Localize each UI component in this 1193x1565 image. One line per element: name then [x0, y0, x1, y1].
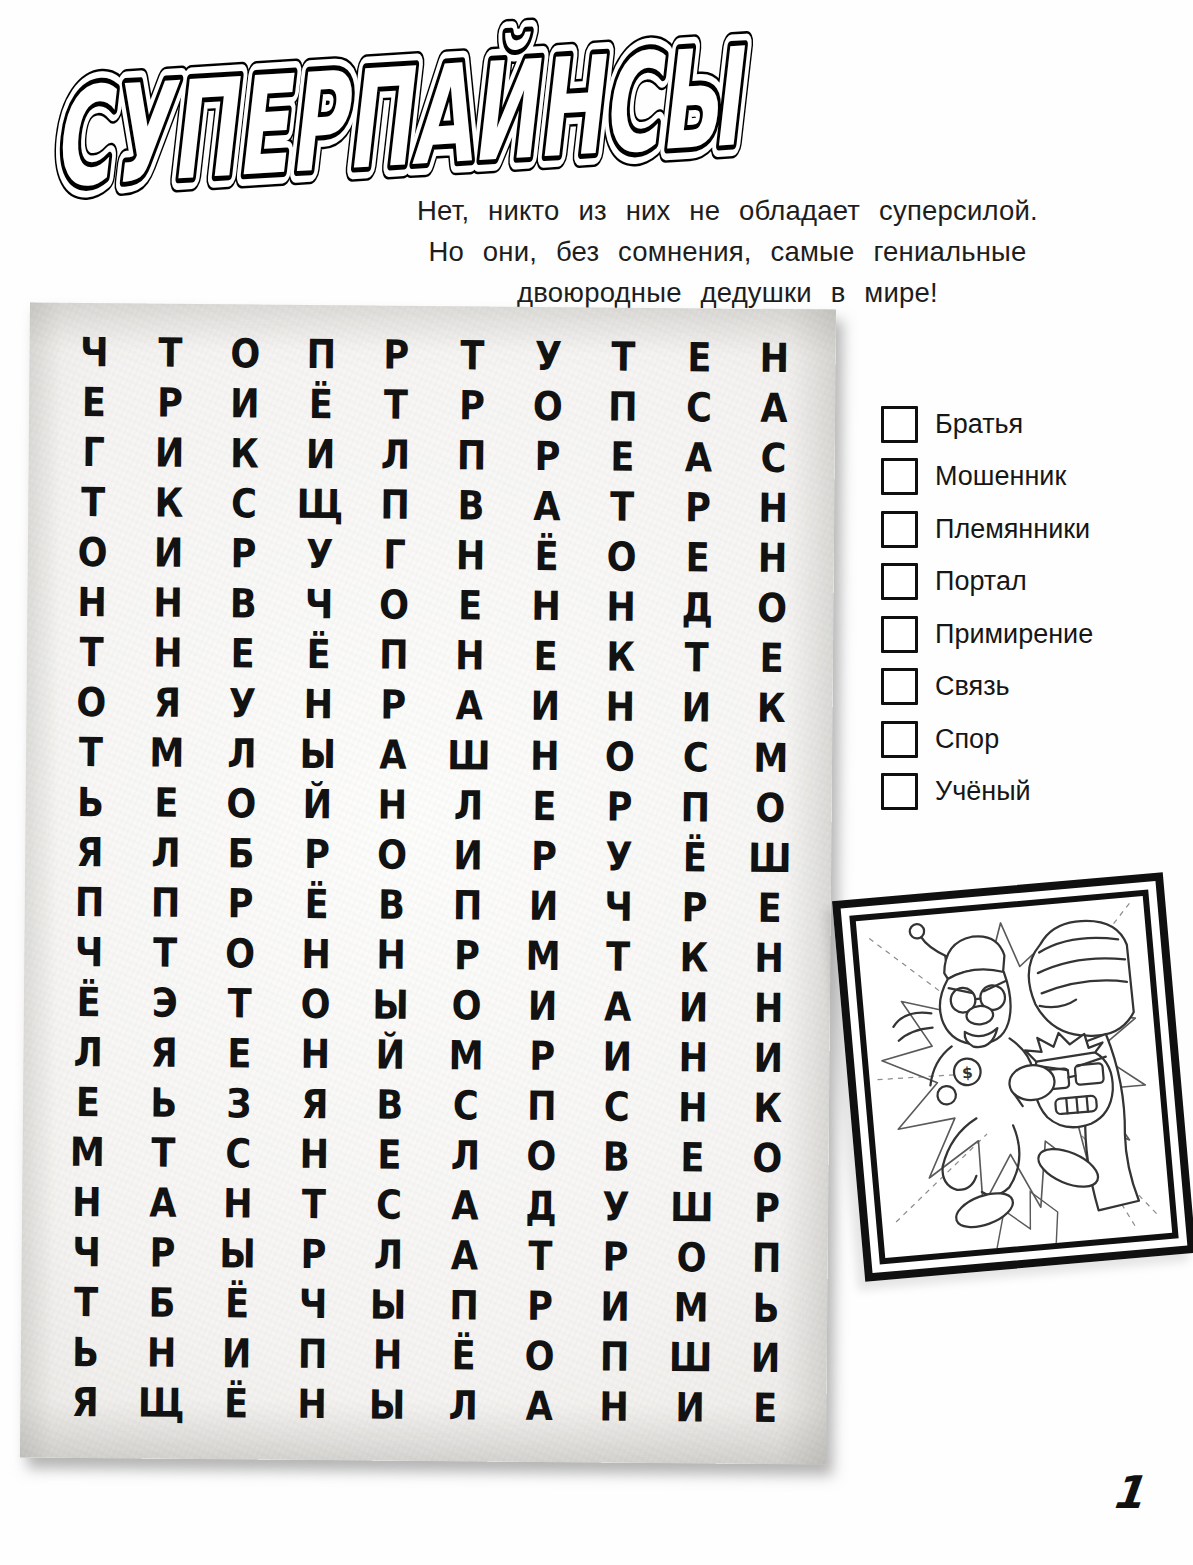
- grid-cell[interactable]: Ё: [203, 1378, 270, 1429]
- grid-cell[interactable]: Р: [508, 1031, 575, 1082]
- grid-cell[interactable]: О: [737, 783, 804, 834]
- grid-cell[interactable]: Щ: [286, 479, 353, 530]
- grid-cell[interactable]: И: [733, 1333, 800, 1384]
- grid-cell[interactable]: Н: [587, 681, 654, 732]
- grid-cell[interactable]: А: [436, 680, 503, 731]
- grid-cell[interactable]: Я: [57, 827, 124, 878]
- word-list-item: Мошенник: [881, 451, 1093, 504]
- grid-cell[interactable]: О: [734, 1133, 801, 1184]
- word-checkbox[interactable]: [881, 563, 918, 600]
- grid-cell[interactable]: А: [129, 1177, 196, 1228]
- grid-cell[interactable]: Т: [206, 978, 273, 1029]
- grid-cell[interactable]: Н: [205, 1178, 272, 1229]
- grid-cell[interactable]: З: [206, 1078, 273, 1129]
- grid-cell[interactable]: И: [584, 1031, 651, 1082]
- grid-cell[interactable]: Н: [282, 1029, 349, 1080]
- grid-cell[interactable]: Е: [664, 532, 731, 583]
- word-list-item: Спор: [881, 713, 1093, 766]
- word-label: Примирение: [935, 619, 1093, 650]
- word-checkbox[interactable]: [881, 721, 918, 758]
- word-checkbox[interactable]: [881, 511, 918, 548]
- grid-cell[interactable]: С: [356, 1179, 423, 1230]
- intro-line: Нет, никто из них не обладает суперсилой…: [370, 190, 1085, 231]
- grid-cell[interactable]: Я: [133, 677, 200, 728]
- grid-cell[interactable]: Я: [281, 1079, 348, 1130]
- word-checkbox[interactable]: [881, 458, 918, 495]
- grid-cell[interactable]: Й: [357, 1029, 424, 1080]
- grid-cell[interactable]: Р: [661, 882, 728, 933]
- grid-cell[interactable]: Ы: [358, 979, 425, 1030]
- grid-cell[interactable]: Е: [133, 777, 200, 828]
- word-checkbox[interactable]: [881, 616, 918, 653]
- grid-cell[interactable]: Ч: [279, 1279, 346, 1330]
- grid-cell[interactable]: В: [357, 1079, 424, 1130]
- grid-cell[interactable]: О: [212, 328, 279, 379]
- grid-cell[interactable]: Р: [664, 482, 731, 533]
- grid-cell[interactable]: Р: [207, 878, 274, 929]
- grid-cell[interactable]: Л: [55, 1027, 122, 1078]
- grid-cell[interactable]: П: [361, 629, 428, 680]
- word-checkbox[interactable]: [881, 773, 918, 810]
- grid-cell[interactable]: Ч: [56, 927, 123, 978]
- grid-cell[interactable]: А: [584, 981, 651, 1032]
- grid-cell[interactable]: Р: [734, 1183, 801, 1234]
- grid-cell[interactable]: Л: [355, 1229, 422, 1280]
- grid-cell[interactable]: С: [740, 433, 807, 484]
- grid-cell[interactable]: У: [583, 1181, 650, 1232]
- grid-cell[interactable]: П: [590, 381, 657, 432]
- grid-cell[interactable]: Р: [283, 829, 350, 880]
- puzzle-paper: ЧТОПРТУТЕНЕРИЁТРОПСАГИКИЛПРЕАСТКСЩПВАТРН…: [20, 302, 836, 1464]
- grid-cell[interactable]: И: [435, 830, 502, 881]
- grid-cell[interactable]: Е: [60, 377, 127, 428]
- word-label: Портал: [935, 566, 1027, 597]
- grid-cell[interactable]: О: [514, 381, 581, 432]
- grid-cell[interactable]: Э: [131, 977, 198, 1028]
- word-label: Мошенник: [935, 461, 1066, 492]
- grid-cell[interactable]: Т: [58, 627, 125, 678]
- grid-cell[interactable]: О: [507, 1131, 574, 1182]
- grid-cell[interactable]: Н: [282, 929, 349, 980]
- grid-cell[interactable]: Т: [507, 1231, 574, 1282]
- grid-cell[interactable]: И: [136, 427, 203, 478]
- grid-cell[interactable]: Р: [136, 377, 203, 428]
- grid-cell[interactable]: И: [657, 1382, 724, 1433]
- grid-cell[interactable]: Р: [363, 329, 430, 380]
- grid-cell[interactable]: Я: [130, 1027, 197, 1078]
- word-list-item: Примирение: [881, 608, 1093, 661]
- grid-cell[interactable]: Н: [736, 983, 803, 1034]
- grid-cell[interactable]: У: [286, 529, 353, 580]
- grid-cell[interactable]: Р: [360, 679, 427, 730]
- grid-cell[interactable]: И: [511, 681, 578, 732]
- grid-cell[interactable]: Р: [129, 1227, 196, 1278]
- grid-cell[interactable]: Т: [590, 331, 657, 382]
- grid-cell[interactable]: Л: [435, 780, 502, 831]
- grid-cell[interactable]: П: [438, 430, 505, 481]
- grid-cell[interactable]: Н: [128, 1327, 195, 1378]
- grid-cell[interactable]: П: [508, 1081, 575, 1132]
- grid-cell[interactable]: А: [505, 1381, 572, 1432]
- grid-cell[interactable]: А: [360, 729, 427, 780]
- grid-cell[interactable]: А: [513, 481, 580, 532]
- grid-cell[interactable]: Н: [285, 679, 352, 730]
- intro-text: Нет, никто из них не обладает суперсилой…: [370, 190, 1085, 313]
- grid-cell[interactable]: И: [135, 527, 202, 578]
- grid-cell[interactable]: Н: [740, 483, 807, 534]
- grid-cell[interactable]: Н: [511, 731, 578, 782]
- grid-cell[interactable]: Е: [54, 1077, 121, 1128]
- title-text: СУПЕРПАЙНСЫ: [50, 18, 755, 218]
- grid-cell[interactable]: Ш: [657, 1332, 724, 1383]
- grid-cell[interactable]: Р: [514, 431, 581, 482]
- word-label: Братья: [935, 409, 1023, 440]
- grid-cell[interactable]: Р: [506, 1281, 573, 1332]
- grid-cell[interactable]: Ё: [283, 879, 350, 930]
- page-number: 1: [1109, 1466, 1146, 1519]
- grid-cell[interactable]: Е: [437, 580, 504, 631]
- grid-cell[interactable]: А: [665, 432, 732, 483]
- grid-cell[interactable]: Н: [134, 577, 201, 628]
- grid-cell[interactable]: М: [133, 727, 200, 778]
- grid-cell[interactable]: Т: [131, 927, 198, 978]
- grid-cell[interactable]: О: [359, 829, 426, 880]
- grid-cell[interactable]: С: [584, 1081, 651, 1132]
- grid-cell[interactable]: Н: [436, 630, 503, 681]
- grid-cell[interactable]: Ч: [53, 1227, 120, 1278]
- grid-cell[interactable]: Р: [210, 528, 277, 579]
- grid-cell[interactable]: Ч: [585, 881, 652, 932]
- grid-cell[interactable]: К: [735, 1083, 802, 1134]
- grid-cell[interactable]: С: [432, 1080, 499, 1131]
- grid-cell[interactable]: Т: [439, 330, 506, 381]
- grid-cell[interactable]: О: [208, 778, 275, 829]
- word-checkbox[interactable]: [881, 668, 918, 705]
- fight-illustration-drawing: $: [856, 896, 1172, 1258]
- grid-cell[interactable]: Е: [209, 628, 276, 679]
- grid-cell[interactable]: Н: [279, 1379, 346, 1430]
- grid-cell[interactable]: Е: [659, 1132, 726, 1183]
- grid-cell[interactable]: Д: [663, 582, 730, 633]
- grid-cell[interactable]: Т: [53, 1277, 120, 1328]
- grid-cell[interactable]: Н: [134, 627, 201, 678]
- grid-cell[interactable]: Л: [430, 1380, 497, 1431]
- grid-cell[interactable]: Е: [732, 1383, 799, 1434]
- grid-cell[interactable]: С: [205, 1128, 272, 1179]
- grid-cell[interactable]: О: [506, 1331, 573, 1382]
- intro-line: Но они, без сомнения, самые гениальные: [370, 231, 1085, 272]
- grid-cell[interactable]: П: [431, 1280, 498, 1331]
- grid-cell[interactable]: И: [660, 982, 727, 1033]
- grid-cell[interactable]: Е: [512, 631, 579, 682]
- grid-cell[interactable]: Л: [209, 728, 276, 779]
- word-list-item: Братья: [881, 398, 1093, 451]
- word-list-item: Племянники: [881, 503, 1093, 556]
- grid-cell[interactable]: О: [59, 527, 126, 578]
- grid-cell[interactable]: Т: [57, 727, 124, 778]
- grid-cell[interactable]: Л: [432, 1130, 499, 1181]
- grid-cell[interactable]: Ь: [57, 777, 124, 828]
- word-list-item: Учёный: [881, 766, 1093, 819]
- grid-cell[interactable]: О: [587, 731, 654, 782]
- grid-cell[interactable]: И: [663, 682, 730, 733]
- word-label: Связь: [935, 671, 1010, 702]
- grid-cell[interactable]: О: [433, 980, 500, 1031]
- word-search-grid: ЧТОПРТУТЕНЕРИЁТРОПСАГИКИЛПРЕАСТКСЩПВАТРН…: [47, 327, 813, 1434]
- grid-cell[interactable]: Р: [582, 1231, 649, 1282]
- grid-cell[interactable]: С: [662, 732, 729, 783]
- word-list-item: Портал: [881, 556, 1093, 609]
- grid-cell[interactable]: Ё: [430, 1330, 497, 1381]
- grid-cell[interactable]: Ё: [285, 629, 352, 680]
- word-list-item: Связь: [881, 661, 1093, 714]
- grid-cell[interactable]: Д: [507, 1181, 574, 1232]
- grid-cell[interactable]: Е: [666, 332, 733, 383]
- grid-cell[interactable]: Н: [736, 933, 803, 984]
- grid-cell[interactable]: Ш: [658, 1182, 725, 1233]
- grid-cell[interactable]: И: [509, 981, 576, 1032]
- grid-cell[interactable]: О: [588, 531, 655, 582]
- grid-cell[interactable]: П: [362, 479, 429, 530]
- word-label: Племянники: [935, 514, 1090, 545]
- grid-cell[interactable]: Р: [586, 781, 653, 832]
- grid-cell[interactable]: К: [660, 932, 727, 983]
- grid-cell[interactable]: А: [741, 383, 808, 434]
- grid-cell[interactable]: Й: [284, 779, 351, 830]
- grid-cell[interactable]: Т: [280, 1179, 347, 1230]
- grid-cell[interactable]: Р: [434, 930, 501, 981]
- grid-cell[interactable]: Ы: [355, 1279, 422, 1330]
- grid-cell[interactable]: П: [132, 877, 199, 928]
- word-label: Учёный: [935, 776, 1031, 807]
- grid-cell[interactable]: П: [288, 329, 355, 380]
- grid-cell[interactable]: Ы: [204, 1228, 271, 1279]
- fight-illustration-frame: $: [832, 872, 1193, 1281]
- grid-cell[interactable]: Ы: [354, 1379, 421, 1430]
- grid-cell[interactable]: Н: [437, 530, 504, 581]
- grid-cell[interactable]: Л: [132, 827, 199, 878]
- grid-cell[interactable]: Г: [60, 427, 127, 478]
- grid-cell[interactable]: Ё: [661, 832, 728, 883]
- grid-cell[interactable]: Р: [280, 1229, 347, 1280]
- grid-cell[interactable]: Ч: [61, 327, 128, 378]
- grid-cell[interactable]: Е: [511, 781, 578, 832]
- grid-cell[interactable]: Г: [362, 529, 429, 580]
- grid-cell[interactable]: Т: [136, 327, 203, 378]
- grid-cell[interactable]: Б: [128, 1277, 195, 1328]
- grid-cell[interactable]: К: [587, 631, 654, 682]
- grid-cell[interactable]: И: [212, 378, 279, 429]
- grid-cell[interactable]: Н: [281, 1129, 348, 1180]
- grid-cell[interactable]: Е: [356, 1129, 423, 1180]
- grid-cell[interactable]: П: [279, 1329, 346, 1380]
- grid-cell[interactable]: А: [431, 1230, 498, 1281]
- grid-cell[interactable]: Н: [59, 577, 126, 628]
- grid-cell[interactable]: О: [58, 677, 125, 728]
- fight-illustration: $: [849, 890, 1178, 1265]
- grid-cell[interactable]: Е: [589, 431, 656, 482]
- grid-cell[interactable]: О: [739, 583, 806, 634]
- grid-cell[interactable]: Ь: [733, 1283, 800, 1334]
- grid-cell[interactable]: У: [209, 678, 276, 729]
- grid-cell[interactable]: Т: [585, 931, 652, 982]
- grid-cell[interactable]: Н: [740, 533, 807, 584]
- grid-cell[interactable]: М: [738, 733, 805, 784]
- grid-cell[interactable]: П: [662, 782, 729, 833]
- grid-cell[interactable]: И: [287, 429, 354, 480]
- grid-cell[interactable]: Н: [512, 581, 579, 632]
- grid-cell[interactable]: К: [211, 428, 278, 479]
- grid-cell[interactable]: Л: [362, 429, 429, 480]
- grid-cell[interactable]: Б: [208, 828, 275, 879]
- word-list: БратьяМошенникПлемянникиПорталПримирение…: [881, 398, 1093, 818]
- grid-cell[interactable]: П: [581, 1331, 648, 1382]
- grid-cell[interactable]: В: [438, 480, 505, 531]
- grid-cell[interactable]: Ш: [737, 833, 804, 884]
- grid-cell[interactable]: К: [738, 683, 805, 734]
- grid-cell[interactable]: Т: [60, 477, 127, 528]
- grid-cell[interactable]: Н: [660, 1032, 727, 1083]
- grid-cell[interactable]: П: [56, 877, 123, 928]
- grid-cell[interactable]: Н: [659, 1082, 726, 1133]
- grid-cell[interactable]: С: [211, 478, 278, 529]
- grid-cell[interactable]: О: [658, 1232, 725, 1283]
- grid-cell[interactable]: И: [582, 1281, 649, 1332]
- grid-cell[interactable]: Н: [741, 333, 808, 384]
- grid-cell[interactable]: И: [735, 1033, 802, 1084]
- grid-cell[interactable]: Н: [355, 1329, 422, 1380]
- grid-cell[interactable]: О: [282, 979, 349, 1030]
- grid-cell[interactable]: Ы: [284, 729, 351, 780]
- grid-cell[interactable]: Я: [52, 1377, 119, 1428]
- grid-cell[interactable]: Е: [206, 1028, 273, 1079]
- grid-cell[interactable]: Ё: [204, 1278, 271, 1329]
- grid-cell[interactable]: Р: [438, 380, 505, 431]
- grid-cell[interactable]: М: [433, 1030, 500, 1081]
- grid-cell[interactable]: П: [434, 880, 501, 931]
- grid-cell[interactable]: Н: [359, 779, 426, 830]
- grid-cell[interactable]: Е: [739, 633, 806, 684]
- grid-cell[interactable]: М: [54, 1127, 121, 1178]
- grid-cell[interactable]: Ё: [513, 531, 580, 582]
- grid-cell[interactable]: Н: [588, 581, 655, 632]
- grid-cell[interactable]: Т: [130, 1127, 197, 1178]
- grid-cell[interactable]: С: [665, 382, 732, 433]
- grid-cell[interactable]: Н: [53, 1177, 120, 1228]
- grid-cell[interactable]: А: [431, 1180, 498, 1231]
- grid-cell[interactable]: Ё: [55, 977, 122, 1028]
- grid-cell[interactable]: Т: [589, 481, 656, 532]
- grid-cell[interactable]: К: [135, 477, 202, 528]
- grid-cell[interactable]: В: [210, 578, 277, 629]
- grid-cell[interactable]: У: [586, 831, 653, 882]
- grid-cell[interactable]: Т: [363, 379, 430, 430]
- grid-cell[interactable]: Ё: [287, 379, 354, 430]
- grid-cell[interactable]: Р: [510, 831, 577, 882]
- grid-cell[interactable]: О: [361, 579, 428, 630]
- word-label: Спор: [935, 724, 999, 755]
- grid-cell[interactable]: Н: [581, 1381, 648, 1432]
- grid-cell[interactable]: И: [203, 1328, 270, 1379]
- dollar-medallion: $: [961, 1064, 973, 1083]
- grid-cell[interactable]: Ч: [286, 579, 353, 630]
- word-checkbox[interactable]: [881, 406, 918, 443]
- grid-cell[interactable]: Ш: [435, 730, 502, 781]
- grid-cell[interactable]: В: [583, 1131, 650, 1182]
- grid-cell[interactable]: Щ: [127, 1377, 194, 1428]
- grid-cell[interactable]: М: [509, 931, 576, 982]
- grid-cell[interactable]: М: [657, 1282, 724, 1333]
- grid-cell[interactable]: У: [514, 331, 581, 382]
- grid-cell[interactable]: В: [358, 879, 425, 930]
- activity-book-page: СУПЕРПАЙНСЫ СУПЕРПАЙНСЫ СУПЕРПАЙНСЫ Нет,…: [0, 0, 1193, 1565]
- grid-cell[interactable]: П: [733, 1233, 800, 1284]
- grid-cell[interactable]: Ь: [52, 1327, 119, 1378]
- grid-cell[interactable]: Н: [358, 929, 425, 980]
- grid-cell[interactable]: И: [510, 881, 577, 932]
- grid-cell[interactable]: Ь: [130, 1077, 197, 1128]
- grid-cell[interactable]: О: [207, 928, 274, 979]
- grid-cell[interactable]: Т: [663, 632, 730, 683]
- grid-cell[interactable]: Е: [736, 883, 803, 934]
